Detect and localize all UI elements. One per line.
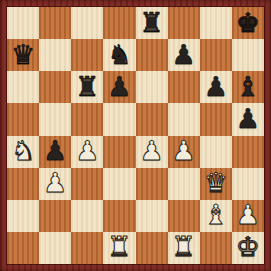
square-a7[interactable]: ♛ [7,39,39,71]
square-f3[interactable] [168,168,200,200]
piece-black-rook[interactable]: ♜ [139,9,163,36]
square-e8[interactable]: ♜ [136,7,168,39]
piece-white-pawn[interactable]: ♟ [139,137,163,164]
piece-white-queen[interactable]: ♛ [204,169,228,196]
square-d2[interactable] [103,200,135,232]
square-g5[interactable] [200,103,232,135]
square-g6[interactable]: ♟ [200,71,232,103]
piece-white-pawn[interactable]: ♟ [236,201,260,228]
piece-black-pawn[interactable]: ♟ [204,73,228,100]
square-c4[interactable]: ♟ [71,136,103,168]
square-g2[interactable]: ♝ [200,200,232,232]
square-b8[interactable] [39,7,71,39]
piece-black-rook[interactable]: ♜ [75,73,99,100]
square-c2[interactable] [71,200,103,232]
square-h5[interactable]: ♟ [232,103,264,135]
square-h4[interactable] [232,136,264,168]
piece-black-queen[interactable]: ♛ [11,41,35,68]
square-d6[interactable]: ♟ [103,71,135,103]
square-b1[interactable] [39,232,71,264]
square-f4[interactable]: ♟ [168,136,200,168]
piece-black-pawn[interactable]: ♟ [236,105,260,132]
square-g8[interactable] [200,7,232,39]
square-b5[interactable] [39,103,71,135]
piece-black-king[interactable]: ♚ [236,9,260,36]
square-a6[interactable] [7,71,39,103]
piece-white-rook[interactable]: ♜ [172,233,196,260]
piece-black-pawn[interactable]: ♟ [172,41,196,68]
square-f6[interactable] [168,71,200,103]
square-b7[interactable] [39,39,71,71]
square-e3[interactable] [136,168,168,200]
square-h2[interactable]: ♟ [232,200,264,232]
square-e1[interactable] [136,232,168,264]
square-a1[interactable] [7,232,39,264]
square-f1[interactable]: ♜ [168,232,200,264]
square-h8[interactable]: ♚ [232,7,264,39]
square-d7[interactable]: ♞ [103,39,135,71]
piece-white-pawn[interactable]: ♟ [172,137,196,164]
square-d1[interactable]: ♜ [103,232,135,264]
square-f2[interactable] [168,200,200,232]
piece-white-rook[interactable]: ♜ [107,233,131,260]
square-g7[interactable] [200,39,232,71]
square-f5[interactable] [168,103,200,135]
square-h1[interactable]: ♚ [232,232,264,264]
square-c5[interactable] [71,103,103,135]
board-frame: ♜♚♛♞♟♜♟♟♝♟♞♟♟♟♟♟♛♝♟♜♜♚ [0,0,271,271]
square-c6[interactable]: ♜ [71,71,103,103]
square-f7[interactable]: ♟ [168,39,200,71]
square-e5[interactable] [136,103,168,135]
square-g1[interactable] [200,232,232,264]
square-h3[interactable] [232,168,264,200]
square-h6[interactable]: ♝ [232,71,264,103]
piece-black-pawn[interactable]: ♟ [43,137,67,164]
square-b4[interactable]: ♟ [39,136,71,168]
square-e4[interactable]: ♟ [136,136,168,168]
square-b2[interactable] [39,200,71,232]
square-e2[interactable] [136,200,168,232]
square-c1[interactable] [71,232,103,264]
square-b6[interactable] [39,71,71,103]
square-a2[interactable] [7,200,39,232]
square-d8[interactable] [103,7,135,39]
square-a4[interactable]: ♞ [7,136,39,168]
square-d4[interactable] [103,136,135,168]
square-e6[interactable] [136,71,168,103]
square-c8[interactable] [71,7,103,39]
square-a5[interactable] [7,103,39,135]
piece-white-pawn[interactable]: ♟ [75,137,99,164]
square-f8[interactable] [168,7,200,39]
square-e7[interactable] [136,39,168,71]
square-c7[interactable] [71,39,103,71]
piece-black-bishop[interactable]: ♝ [236,73,260,100]
square-b3[interactable]: ♟ [39,168,71,200]
square-h7[interactable] [232,39,264,71]
square-a3[interactable] [7,168,39,200]
piece-black-knight[interactable]: ♞ [107,41,131,68]
piece-white-bishop[interactable]: ♝ [204,201,228,228]
square-g4[interactable] [200,136,232,168]
square-d3[interactable] [103,168,135,200]
square-d5[interactable] [103,103,135,135]
chess-board: ♜♚♛♞♟♜♟♟♝♟♞♟♟♟♟♟♛♝♟♜♜♚ [7,7,264,264]
piece-white-king[interactable]: ♚ [236,233,260,260]
piece-white-knight[interactable]: ♞ [11,137,35,164]
square-c3[interactable] [71,168,103,200]
piece-white-pawn[interactable]: ♟ [43,169,67,196]
square-g3[interactable]: ♛ [200,168,232,200]
square-a8[interactable] [7,7,39,39]
piece-black-pawn[interactable]: ♟ [107,73,131,100]
